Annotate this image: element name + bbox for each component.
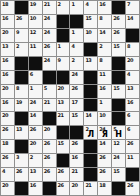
cell-code-number: 7 (127, 1, 130, 7)
cell-code-number: 21 (71, 168, 77, 174)
cell-r13-c8[interactable]: 26 (98, 168, 111, 181)
cell-code-number: 24 (30, 99, 36, 105)
cell-r5-c3 (29, 57, 42, 70)
cell-r7-c4[interactable]: 5 (43, 85, 56, 98)
cell-r14-c10[interactable]: 26 (126, 182, 139, 195)
cell-code-number: 8 (127, 43, 130, 49)
cell-r5-c6[interactable]: 2 (70, 57, 83, 70)
cell-r11-c10[interactable]: 26 (126, 140, 139, 153)
cell-r3-c10 (126, 29, 139, 42)
cell-code-number: 24 (44, 15, 50, 21)
cell-code-number: 2 (99, 43, 102, 49)
cell-code-number: 26 (127, 140, 133, 146)
cell-r4-c3[interactable]: 11 (29, 43, 42, 56)
cell-r4-c9[interactable]: 15 (112, 43, 125, 56)
cell-r1-c4[interactable]: 21 (43, 1, 56, 14)
cell-code-number: 26 (16, 168, 22, 174)
cell-r9-c9 (112, 112, 125, 125)
cell-r14-c8[interactable]: 18 (98, 182, 111, 195)
cell-r12-c7 (84, 154, 97, 167)
cell-code-number: 2 (71, 57, 74, 63)
cell-code-number: 26 (44, 140, 50, 146)
cell-r7-c2[interactable]: 8 (15, 85, 28, 98)
cell-r11-c4[interactable]: 26 (43, 140, 56, 153)
cell-code-number: 20 (2, 182, 8, 188)
cell-r5-c9 (112, 57, 125, 70)
cell-code-number: 26 (113, 29, 119, 35)
cell-r2-c1[interactable]: 16 (1, 15, 14, 28)
cell-r4-c2[interactable]: 2 (15, 43, 28, 56)
codeword-board: 1819212141671626102415826142091224110142… (0, 0, 140, 196)
cell-r6-c4 (43, 71, 56, 84)
cell-code-number: 18 (2, 1, 8, 7)
cell-r9-c10[interactable]: 6 (126, 112, 139, 125)
cell-r14-c9 (112, 182, 125, 195)
cell-r4-c10[interactable]: 8 (126, 43, 139, 56)
cell-r13-c5[interactable]: 26 (57, 168, 70, 181)
cell-r8-c7 (84, 99, 97, 112)
cell-code-number: 20 (2, 112, 8, 118)
cell-r3-c9[interactable]: 26 (112, 29, 125, 42)
cell-code-number: 2 (30, 154, 33, 160)
cell-r4-c7 (84, 43, 97, 56)
cell-r10-c7[interactable]: 2Л (84, 126, 97, 139)
cell-code-number: 13 (2, 43, 8, 49)
cell-r1-c2 (15, 1, 28, 14)
cell-r5-c1[interactable]: 16 (1, 57, 14, 70)
cell-r12-c6[interactable]: 16 (70, 154, 83, 167)
cell-r6-c5 (57, 71, 70, 84)
cell-r10-c8[interactable]: 24Я (98, 126, 111, 139)
cell-r5-c2 (15, 57, 28, 70)
cell-code-number: 26 (58, 168, 64, 174)
cell-code-number: 17 (71, 99, 77, 105)
cell-code-number: 14 (127, 15, 133, 21)
cell-code-number: 16 (2, 57, 8, 63)
cell-code-number: 19 (30, 1, 36, 7)
cell-r10-c2[interactable]: 13 (15, 126, 28, 139)
cell-r13-c2[interactable]: 26 (15, 168, 28, 181)
cell-r7-c5[interactable]: 20 (57, 85, 70, 98)
cell-code-number: 12 (113, 140, 119, 146)
cell-code-number: 14 (99, 29, 105, 35)
cell-r11-c2 (15, 140, 28, 153)
cell-r4-c5[interactable]: 1 (57, 43, 70, 56)
cell-code-number: 26 (44, 154, 50, 160)
cell-r3-c2[interactable]: 9 (15, 29, 28, 42)
cell-r14-c2 (15, 182, 28, 195)
cell-code-number: 18 (99, 182, 105, 188)
cell-r11-c1[interactable]: 18 (1, 140, 14, 153)
cell-r10-c5 (57, 126, 70, 139)
cell-code-number: 15 (113, 168, 119, 174)
cell-r8-c3[interactable]: 24 (29, 99, 42, 112)
cell-code-number: 5 (44, 85, 47, 91)
cell-code-number: 26 (30, 126, 36, 132)
cell-r7-c7 (84, 85, 97, 98)
cell-code-number: 15 (58, 140, 64, 146)
cell-r9-c5[interactable]: 21 (57, 112, 70, 125)
cell-r9-c2 (15, 112, 28, 125)
cell-r14-c4 (43, 182, 56, 195)
cell-r7-c9[interactable]: 15 (112, 85, 125, 98)
cell-r2-c4[interactable]: 24 (43, 15, 56, 28)
cell-r7-c8[interactable]: 16 (98, 85, 111, 98)
cell-r5-c10[interactable]: 20 (126, 57, 139, 70)
cell-r2-c10[interactable]: 14 (126, 15, 139, 28)
cell-code-number: 8 (99, 57, 102, 63)
cell-r12-c4[interactable]: 26 (43, 154, 56, 167)
cell-r9-c4 (43, 112, 56, 125)
cell-r7-c3[interactable]: 1 (29, 85, 42, 98)
cell-r2-c6 (70, 15, 83, 28)
cell-code-number: 16 (99, 1, 105, 7)
cell-code-number: 26 (99, 168, 105, 174)
cell-code-number: 1 (30, 85, 33, 91)
cell-r8-c10[interactable]: 16 (126, 99, 139, 112)
cell-code-number: 1 (99, 99, 102, 105)
cell-r14-c6[interactable]: 20 (70, 182, 83, 195)
cell-r1-c5[interactable]: 2 (57, 1, 70, 14)
cell-r4-c1[interactable]: 13 (1, 43, 14, 56)
cell-r1-c8[interactable]: 16 (98, 1, 111, 14)
cell-code-number: 21 (44, 1, 50, 7)
cell-code-number: 26 (71, 140, 77, 146)
cell-code-number: 11 (127, 154, 133, 160)
cell-r1-c10[interactable]: 7 (126, 1, 139, 14)
cell-r12-c9[interactable]: 24 (112, 154, 125, 167)
cell-code-number: 24 (113, 154, 119, 160)
cell-code-number: 8 (99, 15, 102, 21)
cell-r7-c6[interactable]: 26 (70, 85, 83, 98)
cell-r10-c9[interactable]: 5Н (112, 126, 125, 139)
cell-r10-c3[interactable]: 26 (29, 126, 42, 139)
cell-code-number: 2 (16, 43, 19, 49)
cell-code-number: 14 (85, 112, 91, 118)
cell-code-number: 4 (127, 71, 130, 77)
cell-r2-c7[interactable]: 15 (84, 15, 97, 28)
cell-r14-c5[interactable]: 26 (57, 182, 70, 195)
cell-code-number: 26 (2, 154, 8, 160)
cell-r14-c3[interactable]: 16 (29, 182, 42, 195)
cell-code-number: 13 (16, 126, 22, 132)
cell-r11-c5[interactable]: 15 (57, 140, 70, 153)
cell-r5-c4[interactable]: 24 (43, 57, 56, 70)
cell-code-number: 13 (127, 85, 133, 91)
cell-r8-c1[interactable]: 16 (1, 99, 14, 112)
cell-code-number: 15 (71, 112, 77, 118)
cell-r6-c3[interactable]: 6 (29, 71, 42, 84)
cell-code-number: 13 (85, 57, 91, 63)
cell-r2-c5 (57, 15, 70, 28)
cell-r3-c5 (57, 29, 70, 42)
cell-r13-c3[interactable]: 13 (29, 168, 42, 181)
cell-code-number: 21 (85, 182, 91, 188)
cell-r10-c10[interactable]: 6 (126, 126, 139, 139)
cell-r9-c3[interactable]: 14 (29, 112, 42, 125)
cell-r6-c2 (15, 71, 28, 84)
cell-r1-c1[interactable]: 18 (1, 1, 14, 14)
cell-code-number: 24 (44, 57, 50, 63)
cell-code-number: 4 (71, 43, 74, 49)
cell-r4-c6[interactable]: 4 (70, 43, 83, 56)
cell-r9-c7[interactable]: 14 (84, 112, 97, 125)
cell-code-number: 13 (58, 99, 64, 105)
cell-code-number: 26 (58, 182, 64, 188)
cell-r12-c10[interactable]: 11 (126, 154, 139, 167)
cell-code-number: 4 (2, 168, 5, 174)
cell-code-number: 11 (30, 43, 36, 49)
cell-code-number: 26 (113, 15, 119, 21)
cell-r2-c2[interactable]: 26 (15, 15, 28, 28)
cell-code-number: 16 (30, 182, 36, 188)
cell-code-number: 4 (85, 1, 88, 7)
cell-r11-c3[interactable]: 20 (29, 140, 42, 153)
cell-r1-c6[interactable]: 1 (70, 1, 83, 14)
cell-code-number: 20 (44, 126, 50, 132)
cell-r12-c3[interactable]: 2 (29, 154, 42, 167)
cell-r6-c9 (112, 71, 125, 84)
cell-code-number: 2 (58, 1, 61, 7)
cell-code-number: 9 (16, 29, 19, 35)
cell-code-number: 26 (127, 182, 133, 188)
cell-code-number: 15 (85, 15, 91, 21)
cell-r6-c10[interactable]: 4 (126, 71, 139, 84)
cell-code-number: 26 (99, 154, 105, 160)
cell-code-number: 8 (16, 85, 19, 91)
cell-r9-c6[interactable]: 15 (70, 112, 83, 125)
cell-r14-c7[interactable]: 21 (84, 182, 97, 195)
cell-r8-c6[interactable]: 17 (70, 99, 83, 112)
cell-code-number: 9 (58, 57, 61, 63)
starter-letter: Л (84, 130, 97, 139)
cell-code-number: 6 (30, 71, 33, 77)
cell-code-number: 16 (127, 99, 133, 105)
starter-letter: Я (98, 130, 111, 139)
cell-code-number: 20 (58, 85, 64, 91)
cell-r5-c7[interactable]: 13 (84, 57, 97, 70)
cell-r13-c6[interactable]: 21 (70, 168, 83, 181)
cell-code-number: 26 (2, 126, 8, 132)
cell-code-number: 3 (16, 154, 19, 160)
cell-code-number: 16 (2, 99, 8, 105)
cell-r12-c8[interactable]: 26 (98, 154, 111, 167)
cell-code-number: 26 (44, 43, 50, 49)
cell-r3-c3[interactable]: 12 (29, 29, 42, 42)
cell-r10-c1[interactable]: 26 (1, 126, 14, 139)
cell-code-number: 15 (113, 43, 119, 49)
cell-r3-c8[interactable]: 14 (98, 29, 111, 42)
cell-r7-c1[interactable]: 20 (1, 85, 14, 98)
cell-r2-c8[interactable]: 8 (98, 15, 111, 28)
cell-r11-c9[interactable]: 12 (112, 140, 125, 153)
cell-code-number: 12 (30, 29, 36, 35)
cell-r9-c1[interactable]: 20 (1, 112, 14, 125)
cell-code-number: 6 (127, 112, 130, 118)
cell-code-number: 26 (16, 15, 22, 21)
cell-r11-c8[interactable]: 14 (98, 140, 111, 153)
cell-r1-c9 (112, 1, 125, 14)
cell-code-number: 14 (30, 112, 36, 118)
cell-r8-c4[interactable]: 21 (43, 99, 56, 112)
cell-r3-c6[interactable]: 1 (70, 29, 83, 42)
cell-code-number: 16 (2, 15, 8, 21)
cell-code-number: 10 (30, 15, 36, 21)
cell-r5-c5[interactable]: 9 (57, 57, 70, 70)
cell-r4-c8[interactable]: 2 (98, 43, 111, 56)
cell-code-number: 15 (113, 85, 119, 91)
cell-r8-c2[interactable]: 19 (15, 99, 28, 112)
cell-r3-c7[interactable]: 10 (84, 29, 97, 42)
cell-code-number: 19 (16, 99, 22, 105)
cell-r10-c6 (70, 126, 83, 139)
cell-r10-c4[interactable]: 20 (43, 126, 56, 139)
cell-code-number: 21 (58, 112, 64, 118)
cell-r2-c3[interactable]: 10 (29, 15, 42, 28)
cell-r13-c1[interactable]: 4 (1, 168, 14, 181)
cell-code-number: 10 (99, 112, 105, 118)
cell-r14-c1[interactable]: 20 (1, 182, 14, 195)
cell-r5-c8[interactable]: 8 (98, 57, 111, 70)
cell-code-number: 14 (99, 140, 105, 146)
cell-code-number: 26 (71, 85, 77, 91)
cell-r2-c9[interactable]: 26 (112, 15, 125, 28)
cell-code-number: 20 (2, 85, 8, 91)
cell-r7-c10[interactable]: 13 (126, 85, 139, 98)
cell-r13-c9[interactable]: 15 (112, 168, 125, 181)
cell-code-number: 16 (71, 154, 77, 160)
cell-r12-c5 (57, 154, 70, 167)
cell-code-number: 20 (127, 57, 133, 63)
cell-r11-c7 (84, 140, 97, 153)
cell-r4-c4[interactable]: 26 (43, 43, 56, 56)
cell-r6-c7 (84, 71, 97, 84)
cell-code-number: 20 (2, 29, 8, 35)
starter-letter: Н (112, 130, 125, 139)
cell-r6-c1[interactable]: 16 (1, 71, 14, 84)
cell-r11-c6[interactable]: 26 (70, 140, 83, 153)
cell-r1-c3[interactable]: 19 (29, 1, 42, 14)
cell-r8-c9 (112, 99, 125, 112)
cell-code-number: 11 (99, 71, 105, 77)
cell-code-number: 18 (2, 140, 8, 146)
cell-code-number: 1 (58, 43, 61, 49)
cell-r8-c5[interactable]: 13 (57, 99, 70, 112)
cell-r3-c4[interactable]: 24 (43, 29, 56, 42)
cell-code-number: 26 (44, 168, 50, 174)
cell-code-number: 1 (71, 29, 74, 35)
cell-r6-c8[interactable]: 11 (98, 71, 111, 84)
cell-code-number: 16 (2, 71, 8, 77)
cell-r6-c6[interactable]: 24 (70, 71, 83, 84)
cell-code-number: 24 (44, 29, 50, 35)
cell-r13-c10 (126, 168, 139, 181)
cell-code-number: 13 (30, 168, 36, 174)
cell-r13-c4[interactable]: 26 (43, 168, 56, 181)
cell-r1-c7[interactable]: 4 (84, 1, 97, 14)
cell-r8-c8[interactable]: 1 (98, 99, 111, 112)
cell-code-number: 20 (71, 182, 77, 188)
cell-r12-c1[interactable]: 26 (1, 154, 14, 167)
cell-r9-c8[interactable]: 10 (98, 112, 111, 125)
cell-r3-c1[interactable]: 20 (1, 29, 14, 42)
cell-code-number: 6 (127, 126, 130, 132)
cell-r12-c2[interactable]: 3 (15, 154, 28, 167)
cell-r13-c7 (84, 168, 97, 181)
cell-code-number: 24 (71, 71, 77, 77)
cell-code-number: 21 (44, 99, 50, 105)
cell-code-number: 16 (99, 85, 105, 91)
cell-code-number: 10 (85, 29, 91, 35)
cell-code-number: 1 (71, 1, 74, 7)
cell-code-number: 20 (30, 140, 36, 146)
